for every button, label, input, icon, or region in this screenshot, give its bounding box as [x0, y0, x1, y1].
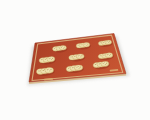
baking-mat-photo	[0, 0, 150, 120]
photo-stage	[0, 0, 150, 120]
